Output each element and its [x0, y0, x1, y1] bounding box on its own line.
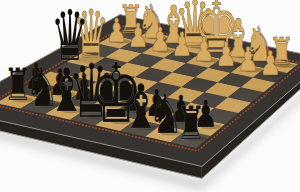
- chess-set-product-photo: ♜♞♝♛♚♝♞♜♟♟♟♟♟♟♟♟♟♟♟♟♟♟♟♟♜♞♝♛♚♝♞♜♛♛: [0, 0, 300, 192]
- chessboard: ♜♞♝♛♚♝♞♜♟♟♟♟♟♟♟♟♟♟♟♟♟♟♟♟♜♞♝♛♚♝♞♜♛♛: [0, 0, 300, 192]
- piece-wP-f2: ♟: [215, 35, 237, 74]
- piece-wP-e2: ♟: [193, 30, 215, 69]
- extra-black-queen: ♛: [51, 0, 90, 77]
- piece-wP-d2: ♟: [171, 25, 193, 64]
- piece-wP-c2: ♟: [149, 20, 171, 59]
- piece-bR-h8: ♜: [176, 97, 206, 151]
- piece-wP-h2: ♟: [259, 43, 281, 83]
- piece-wP-g2: ♟: [237, 40, 259, 79]
